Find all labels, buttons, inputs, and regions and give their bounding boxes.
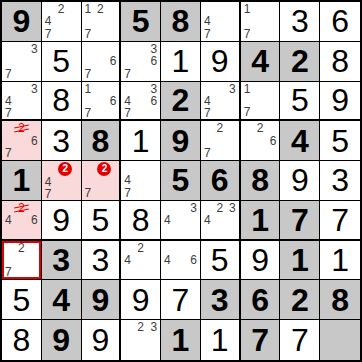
solved-digit: 1 <box>132 125 150 157</box>
pencil-marks: 67 <box>83 43 119 80</box>
cell-r9c7[interactable]: 7 <box>241 320 281 360</box>
cell-r9c9[interactable] <box>320 320 360 360</box>
cell-r6c7[interactable]: 1 <box>241 201 281 241</box>
given-digit: 9 <box>172 125 190 157</box>
given-digit: 5 <box>172 164 190 196</box>
given-digit: 3 <box>211 284 229 316</box>
cell-r6c4[interactable]: 8 <box>121 201 161 241</box>
candidate-6: 6 <box>148 95 159 107</box>
candidate-4: 4 <box>43 15 54 27</box>
candidate-6: 6 <box>108 55 119 67</box>
cell-r3c8[interactable]: 5 <box>280 82 320 122</box>
pencil-marks: 17 <box>242 3 279 40</box>
candidate-7: 7 <box>83 107 94 119</box>
candidate-7: 7 <box>3 147 14 159</box>
candidate-4: 4 <box>122 174 133 186</box>
candidate-6: 6 <box>108 95 119 107</box>
pencil-marks: 26 <box>242 122 279 159</box>
cell-r3c1[interactable]: 347 <box>2 82 42 122</box>
given-digit: 8 <box>172 5 190 37</box>
eliminated-candidate-2: 2 <box>16 122 27 134</box>
candidate-2: 2 <box>214 122 225 134</box>
candidate-4: 4 <box>3 95 14 107</box>
candidate-4: 4 <box>162 254 173 266</box>
cell-r6c6[interactable]: 234 <box>201 201 241 241</box>
pencil-marks: 167 <box>83 83 119 119</box>
cell-r8c3[interactable]: 9 <box>82 280 122 320</box>
candidate-7: 7 <box>202 147 213 159</box>
pencil-marks: 127 <box>83 3 119 40</box>
cell-r3c7[interactable]: 17 <box>241 82 281 122</box>
solved-digit: 3 <box>291 5 309 37</box>
candidate-6: 6 <box>29 214 40 226</box>
candidate-6: 6 <box>268 135 279 147</box>
pencil-marks: 27 <box>202 122 238 159</box>
cell-r2c9[interactable]: 8 <box>320 42 360 82</box>
candidate-3: 3 <box>227 202 238 214</box>
cell-r8c2[interactable]: 4 <box>42 280 82 320</box>
cell-r8c4[interactable]: 9 <box>121 280 161 320</box>
candidate-7: 7 <box>122 68 133 80</box>
solved-digit: 9 <box>251 244 269 276</box>
pencil-marks: 34 <box>162 202 199 238</box>
candidate-7: 7 <box>43 188 54 200</box>
cell-r3c2[interactable]: 8 <box>42 82 82 122</box>
cell-r5c9[interactable]: 3 <box>320 161 360 201</box>
cell-r6c1[interactable]: 246 <box>2 201 42 241</box>
candidate-4: 4 <box>202 214 213 226</box>
pencil-marks: 347 <box>202 83 238 119</box>
candidate-6: 6 <box>188 254 199 266</box>
given-digit: 8 <box>92 125 110 157</box>
candidate-2: 2 <box>135 321 146 333</box>
pencil-marks: 47 <box>202 3 238 40</box>
given-digit: 4 <box>52 284 70 316</box>
cell-r9c1[interactable]: 8 <box>2 320 42 360</box>
solved-digit: 9 <box>52 204 70 236</box>
given-digit: 9 <box>12 5 30 37</box>
pencil-marks: 234 <box>202 202 238 238</box>
candidate-7: 7 <box>202 28 213 40</box>
candidate-2: 2 <box>214 202 225 214</box>
candidate-7: 7 <box>3 266 14 278</box>
candidate-7: 7 <box>202 107 213 119</box>
pencil-marks: 267 <box>3 122 40 159</box>
solved-digit: 6 <box>331 5 349 37</box>
candidate-1: 1 <box>242 3 253 15</box>
cell-r7c8[interactable]: 1 <box>280 241 320 281</box>
cell-r9c8[interactable]: 7 <box>280 320 320 360</box>
given-digit: 7 <box>291 204 309 236</box>
solved-digit: 9 <box>211 45 229 77</box>
cell-r1c9[interactable]: 6 <box>320 2 360 42</box>
candidate-2: 2 <box>255 122 266 134</box>
pencil-marks: 367 <box>122 43 159 80</box>
pencil-marks: 46 <box>162 242 199 279</box>
candidate-3: 3 <box>148 83 159 95</box>
cell-r1c8[interactable]: 3 <box>280 2 320 42</box>
pencil-marks: 17 <box>242 83 279 119</box>
eliminated-candidate-2: 2 <box>16 202 27 214</box>
cell-r8c5[interactable]: 7 <box>161 280 201 320</box>
given-digit: 1 <box>251 204 269 236</box>
cell-r5c2[interactable]: 247 <box>42 161 82 201</box>
cell-r9c2[interactable]: 9 <box>42 320 82 360</box>
cell-r2c8[interactable]: 2 <box>280 42 320 82</box>
cell-r1c5[interactable]: 8 <box>161 2 201 42</box>
cell-r5c4[interactable]: 47 <box>121 161 161 201</box>
candidate-7: 7 <box>3 107 14 119</box>
cell-r3c4[interactable]: 3467 <box>121 82 161 122</box>
sudoku-board: 9247127584717363756736719428347816734672… <box>0 0 362 362</box>
candidate-7: 7 <box>122 187 133 199</box>
candidate-7: 7 <box>122 107 133 119</box>
cell-r4c8[interactable]: 4 <box>280 121 320 161</box>
solved-digit: 5 <box>92 204 110 236</box>
hint-circled-candidate-2: 2 <box>58 162 72 176</box>
pencil-marks: 27 <box>3 242 40 279</box>
solved-digit: 9 <box>92 324 110 356</box>
cell-r3c6[interactable]: 347 <box>201 82 241 122</box>
solved-digit: 3 <box>92 244 110 276</box>
cell-r8c6[interactable]: 3 <box>201 280 241 320</box>
cell-r1c1[interactable]: 9 <box>2 2 42 42</box>
pencil-marks: 247 <box>43 3 80 40</box>
given-digit: 6 <box>251 284 269 316</box>
candidate-4: 4 <box>122 95 133 107</box>
cell-r7c6[interactable]: 5 <box>201 241 241 281</box>
cell-r1c7[interactable]: 17 <box>241 2 281 42</box>
cell-r2c6[interactable]: 9 <box>201 42 241 82</box>
cell-r1c2[interactable]: 247 <box>42 2 82 42</box>
solved-digit: 8 <box>12 324 30 356</box>
candidate-2: 2 <box>95 3 106 15</box>
pencil-marks: 23 <box>122 321 159 359</box>
given-digit: 1 <box>172 324 190 356</box>
solved-digit: 9 <box>132 284 150 316</box>
cell-r2c5[interactable]: 1 <box>161 42 201 82</box>
candidate-3: 3 <box>148 321 159 333</box>
cell-r1c4[interactable]: 5 <box>121 2 161 42</box>
cell-r3c9[interactable]: 9 <box>320 82 360 122</box>
solved-digit: 5 <box>331 125 349 157</box>
cell-r7c5[interactable]: 46 <box>161 241 201 281</box>
given-digit: 1 <box>291 244 309 276</box>
given-digit: 1 <box>12 164 30 196</box>
solved-digit: 1 <box>211 324 229 356</box>
solved-digit: 5 <box>291 84 309 116</box>
cell-r6c5[interactable]: 34 <box>161 201 201 241</box>
cell-r3c5[interactable]: 2 <box>161 82 201 122</box>
solved-digit: 3 <box>331 164 349 196</box>
cell-r5c8[interactable]: 9 <box>280 161 320 201</box>
cell-r4c1[interactable]: 267 <box>2 121 42 161</box>
candidate-4: 4 <box>202 15 213 27</box>
solved-digit: 1 <box>172 45 190 77</box>
solved-digit: 8 <box>132 204 150 236</box>
candidate-2: 2 <box>135 242 146 254</box>
cell-r4c3[interactable]: 8 <box>82 121 122 161</box>
candidate-4: 4 <box>122 254 133 266</box>
solved-digit: 5 <box>211 244 229 276</box>
candidate-7: 7 <box>83 68 94 80</box>
cell-r9c5[interactable]: 1 <box>161 320 201 360</box>
given-digit: 4 <box>251 45 269 77</box>
solved-digit: 3 <box>52 125 70 157</box>
cell-r4c5[interactable]: 9 <box>161 121 201 161</box>
cell-r4c6[interactable]: 27 <box>201 121 241 161</box>
cell-r4c4[interactable]: 1 <box>121 121 161 161</box>
cell-r8c7[interactable]: 6 <box>241 280 281 320</box>
given-digit: 2 <box>291 284 309 316</box>
solved-digit: 7 <box>291 324 309 356</box>
candidate-4: 4 <box>3 214 14 226</box>
solved-digit: 7 <box>331 204 349 236</box>
candidate-3: 3 <box>227 83 238 95</box>
cell-r1c6[interactable]: 47 <box>201 2 241 42</box>
candidate-1: 1 <box>83 83 94 95</box>
candidate-2: 2 <box>56 3 67 15</box>
candidate-3: 3 <box>148 43 159 55</box>
cell-r8c9[interactable]: 8 <box>320 280 360 320</box>
cell-r6c3[interactable]: 5 <box>82 201 122 241</box>
cell-r9c6[interactable]: 1 <box>201 320 241 360</box>
solved-digit: 9 <box>331 84 349 116</box>
candidate-7: 7 <box>83 187 94 199</box>
candidate-6: 6 <box>148 55 159 67</box>
solved-digit: 5 <box>52 45 70 77</box>
given-digit: 5 <box>132 5 150 37</box>
given-digit: 2 <box>172 84 190 116</box>
cell-r7c7[interactable]: 9 <box>241 241 281 281</box>
cell-r7c1[interactable]: 27 <box>2 241 42 281</box>
pencil-marks: 3467 <box>122 83 159 119</box>
cell-r5c5[interactable]: 5 <box>161 161 201 201</box>
candidate-7: 7 <box>3 68 14 80</box>
cell-r9c3[interactable]: 9 <box>82 320 122 360</box>
candidate-6: 6 <box>29 135 40 147</box>
given-digit: 8 <box>331 284 349 316</box>
cell-r7c2[interactable]: 3 <box>42 241 82 281</box>
pencil-marks: 24 <box>122 242 159 279</box>
hint-circled-candidate-2: 2 <box>97 162 111 176</box>
cell-r6c8[interactable]: 7 <box>280 201 320 241</box>
given-digit: 4 <box>291 125 309 157</box>
pencil-marks: 37 <box>3 43 40 80</box>
cell-r2c3[interactable]: 67 <box>82 42 122 82</box>
pencil-marks: 47 <box>122 162 159 199</box>
cell-r5c7[interactable]: 8 <box>241 161 281 201</box>
cell-r4c9[interactable]: 5 <box>320 121 360 161</box>
cell-r1c3[interactable]: 127 <box>82 2 122 42</box>
given-digit: 9 <box>52 324 70 356</box>
pencil-marks: 246 <box>3 202 40 238</box>
candidate-3: 3 <box>29 43 40 55</box>
candidate-3: 3 <box>188 202 199 214</box>
solved-digit: 8 <box>331 45 349 77</box>
given-digit: 8 <box>251 164 269 196</box>
solved-digit: 7 <box>172 284 190 316</box>
cell-r8c8[interactable]: 2 <box>280 280 320 320</box>
pencil-marks: 347 <box>3 83 40 119</box>
cell-r5c6[interactable]: 6 <box>201 161 241 201</box>
candidate-1: 1 <box>242 83 253 95</box>
cell-r2c1[interactable]: 37 <box>2 42 42 82</box>
solved-digit: 8 <box>52 84 70 116</box>
candidate-3: 3 <box>29 83 40 95</box>
solved-digit: 9 <box>291 164 309 196</box>
cell-r2c2[interactable]: 5 <box>42 42 82 82</box>
candidate-7: 7 <box>83 28 94 40</box>
candidate-7: 7 <box>242 28 253 40</box>
candidate-1: 1 <box>83 3 94 15</box>
cell-r7c9[interactable]: 1 <box>320 241 360 281</box>
pencil-marks: 247 <box>43 162 80 199</box>
cell-r7c3[interactable]: 3 <box>82 241 122 281</box>
candidate-4: 4 <box>202 95 213 107</box>
cell-r2c7[interactable]: 4 <box>241 42 281 82</box>
given-digit: 3 <box>52 244 70 276</box>
pencil-marks: 27 <box>83 162 119 199</box>
candidate-4: 4 <box>162 214 173 226</box>
cell-r5c1[interactable]: 1 <box>2 161 42 201</box>
given-digit: 6 <box>211 164 229 196</box>
cell-r3c3[interactable]: 167 <box>82 82 122 122</box>
cell-r5c3[interactable]: 27 <box>82 161 122 201</box>
given-digit: 2 <box>291 45 309 77</box>
solved-digit: 5 <box>12 284 30 316</box>
solved-digit: 1 <box>331 244 349 276</box>
candidate-2: 2 <box>16 242 27 254</box>
cell-r2c4[interactable]: 367 <box>121 42 161 82</box>
cell-r8c1[interactable]: 5 <box>2 280 42 320</box>
cell-r6c9[interactable]: 7 <box>320 201 360 241</box>
candidate-7: 7 <box>43 28 54 40</box>
cell-r9c4[interactable]: 23 <box>121 320 161 360</box>
given-digit: 7 <box>251 324 269 356</box>
given-digit: 9 <box>92 284 110 316</box>
cell-r6c2[interactable]: 9 <box>42 201 82 241</box>
cell-r4c2[interactable]: 3 <box>42 121 82 161</box>
candidate-7: 7 <box>242 106 253 118</box>
cell-r7c4[interactable]: 24 <box>121 241 161 281</box>
cell-r4c7[interactable]: 26 <box>241 121 281 161</box>
